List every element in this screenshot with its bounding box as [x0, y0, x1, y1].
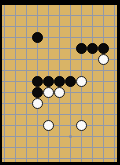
- black-stone: [32, 32, 43, 43]
- black-stone: [98, 43, 109, 54]
- grid-hline: [2, 26, 117, 27]
- grid-hline: [2, 136, 117, 137]
- white-stone: [43, 120, 54, 131]
- grid-vline: [15, 5, 16, 162]
- black-stone: [87, 43, 98, 54]
- grid-hline: [2, 125, 117, 126]
- frame-right: [117, 0, 120, 165]
- grid-hline: [2, 103, 117, 104]
- frame-bottom: [0, 162, 120, 165]
- grid-hline: [2, 158, 117, 159]
- white-stone: [76, 120, 87, 131]
- white-stone: [32, 98, 43, 109]
- grid-vline: [114, 5, 115, 162]
- white-stone: [98, 54, 109, 65]
- black-stone: [65, 76, 76, 87]
- black-stone: [32, 87, 43, 98]
- black-stone: [54, 76, 65, 87]
- white-stone: [54, 87, 65, 98]
- star-point: [69, 135, 72, 138]
- go-board[interactable]: [2, 5, 117, 162]
- black-stone: [43, 76, 54, 87]
- white-stone: [43, 87, 54, 98]
- grid-hline: [2, 37, 117, 38]
- grid-hline: [2, 114, 117, 115]
- black-stone: [32, 76, 43, 87]
- white-stone: [76, 76, 87, 87]
- grid-vline: [26, 5, 27, 162]
- grid-hline: [2, 147, 117, 148]
- grid-hline: [2, 15, 117, 16]
- grid-vline: [103, 5, 104, 162]
- grid-vline: [4, 5, 5, 162]
- black-stone: [76, 43, 87, 54]
- grid-hline: [2, 70, 117, 71]
- grid-vline: [92, 5, 93, 162]
